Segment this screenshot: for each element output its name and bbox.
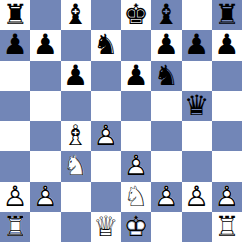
piece-black-pawn[interactable]: ♟	[151, 30, 181, 60]
piece-black-queen[interactable]: ♛	[182, 91, 212, 121]
piece-white-pawn[interactable]: ♟♙	[0, 182, 30, 212]
square-e1[interactable]: ♚♔	[121, 212, 151, 242]
square-b4[interactable]	[30, 121, 60, 151]
square-c5[interactable]	[61, 91, 91, 121]
white-piece-outline: ♙	[0, 182, 30, 212]
square-f8[interactable]: ♝	[151, 0, 181, 30]
square-g2[interactable]: ♟♙	[182, 182, 212, 212]
piece-black-knight[interactable]: ♞	[151, 61, 181, 91]
piece-white-rook[interactable]: ♜♖	[0, 212, 30, 242]
piece-black-pawn[interactable]: ♟	[61, 61, 91, 91]
square-h3[interactable]	[212, 151, 242, 181]
piece-white-pawn[interactable]: ♟♙	[212, 182, 242, 212]
piece-black-pawn[interactable]: ♟	[30, 30, 60, 60]
square-a1[interactable]: ♜♖	[0, 212, 30, 242]
square-a8[interactable]: ♜	[0, 0, 30, 30]
square-f5[interactable]	[151, 91, 181, 121]
square-f3[interactable]	[151, 151, 181, 181]
white-piece-outline: ♘	[61, 151, 91, 181]
square-a5[interactable]	[0, 91, 30, 121]
square-a6[interactable]	[0, 61, 30, 91]
square-h8[interactable]: ♜	[212, 0, 242, 30]
piece-white-king[interactable]: ♚♔	[121, 212, 151, 242]
square-b7[interactable]: ♟	[30, 30, 60, 60]
square-d5[interactable]	[91, 91, 121, 121]
square-g1[interactable]	[182, 212, 212, 242]
square-d8[interactable]	[91, 0, 121, 30]
piece-white-queen[interactable]: ♛♕	[91, 212, 121, 242]
square-h2[interactable]: ♟♙	[212, 182, 242, 212]
square-d1[interactable]: ♛♕	[91, 212, 121, 242]
square-f1[interactable]	[151, 212, 181, 242]
piece-black-pawn[interactable]: ♟	[182, 30, 212, 60]
square-b1[interactable]	[30, 212, 60, 242]
white-piece-outline: ♙	[30, 182, 60, 212]
square-b2[interactable]: ♟♙	[30, 182, 60, 212]
square-b8[interactable]	[30, 0, 60, 30]
square-e7[interactable]	[121, 30, 151, 60]
white-piece-outline: ♗	[61, 121, 91, 151]
white-piece-outline: ♙	[182, 182, 212, 212]
piece-white-pawn[interactable]: ♟♙	[151, 182, 181, 212]
white-piece-outline: ♔	[121, 212, 151, 242]
square-f2[interactable]: ♟♙	[151, 182, 181, 212]
piece-white-bishop[interactable]: ♝♗	[61, 121, 91, 151]
square-b6[interactable]	[30, 61, 60, 91]
piece-white-rook[interactable]: ♜♖	[212, 212, 242, 242]
square-h5[interactable]	[212, 91, 242, 121]
square-b3[interactable]	[30, 151, 60, 181]
piece-black-pawn[interactable]: ♟	[212, 30, 242, 60]
piece-white-pawn[interactable]: ♟♙	[91, 121, 121, 151]
square-e5[interactable]	[121, 91, 151, 121]
square-e8[interactable]: ♚	[121, 0, 151, 30]
square-c4[interactable]: ♝♗	[61, 121, 91, 151]
piece-black-knight[interactable]: ♞	[91, 30, 121, 60]
square-e3[interactable]: ♟♙	[121, 151, 151, 181]
square-c1[interactable]	[61, 212, 91, 242]
white-piece-outline: ♖	[0, 212, 30, 242]
square-e4[interactable]	[121, 121, 151, 151]
square-g4[interactable]	[182, 121, 212, 151]
square-c8[interactable]: ♝	[61, 0, 91, 30]
square-f7[interactable]: ♟	[151, 30, 181, 60]
square-h7[interactable]: ♟	[212, 30, 242, 60]
square-g5[interactable]: ♛	[182, 91, 212, 121]
white-piece-outline: ♘	[121, 182, 151, 212]
square-g6[interactable]	[182, 61, 212, 91]
square-e2[interactable]: ♞♘	[121, 182, 151, 212]
piece-white-pawn[interactable]: ♟♙	[30, 182, 60, 212]
square-a7[interactable]: ♟	[0, 30, 30, 60]
chess-board: ♜♝♚♝♜♟♟♞♟♟♟♟♟♞♛♝♗♟♙♞♘♟♙♟♙♟♙♞♘♟♙♟♙♟♙♜♖♛♕♚…	[0, 0, 242, 242]
square-a3[interactable]	[0, 151, 30, 181]
square-a2[interactable]: ♟♙	[0, 182, 30, 212]
square-c6[interactable]: ♟	[61, 61, 91, 91]
square-d7[interactable]: ♞	[91, 30, 121, 60]
square-g7[interactable]: ♟	[182, 30, 212, 60]
square-c2[interactable]	[61, 182, 91, 212]
piece-white-pawn[interactable]: ♟♙	[121, 151, 151, 181]
piece-black-rook[interactable]: ♜	[212, 0, 242, 30]
square-g8[interactable]	[182, 0, 212, 30]
square-c7[interactable]	[61, 30, 91, 60]
square-b5[interactable]	[30, 91, 60, 121]
piece-black-rook[interactable]: ♜	[0, 0, 30, 30]
square-h1[interactable]: ♜♖	[212, 212, 242, 242]
white-piece-outline: ♙	[121, 151, 151, 181]
white-piece-outline: ♙	[151, 182, 181, 212]
piece-black-pawn[interactable]: ♟	[0, 30, 30, 60]
piece-white-knight[interactable]: ♞♘	[61, 151, 91, 181]
square-f6[interactable]: ♞	[151, 61, 181, 91]
piece-white-knight[interactable]: ♞♘	[121, 182, 151, 212]
piece-black-king[interactable]: ♚	[121, 0, 151, 30]
square-c3[interactable]: ♞♘	[61, 151, 91, 181]
piece-white-pawn[interactable]: ♟♙	[182, 182, 212, 212]
square-d2[interactable]	[91, 182, 121, 212]
square-d3[interactable]	[91, 151, 121, 181]
white-piece-outline: ♕	[91, 212, 121, 242]
white-piece-outline: ♙	[212, 182, 242, 212]
piece-black-pawn[interactable]: ♟	[121, 61, 151, 91]
white-piece-outline: ♖	[212, 212, 242, 242]
square-a4[interactable]	[0, 121, 30, 151]
white-piece-outline: ♙	[91, 121, 121, 151]
square-e6[interactable]: ♟	[121, 61, 151, 91]
square-f4[interactable]	[151, 121, 181, 151]
square-h6[interactable]	[212, 61, 242, 91]
square-d4[interactable]: ♟♙	[91, 121, 121, 151]
square-g3[interactable]	[182, 151, 212, 181]
square-h4[interactable]	[212, 121, 242, 151]
piece-black-bishop[interactable]: ♝	[151, 0, 181, 30]
piece-black-bishop[interactable]: ♝	[61, 0, 91, 30]
square-d6[interactable]	[91, 61, 121, 91]
